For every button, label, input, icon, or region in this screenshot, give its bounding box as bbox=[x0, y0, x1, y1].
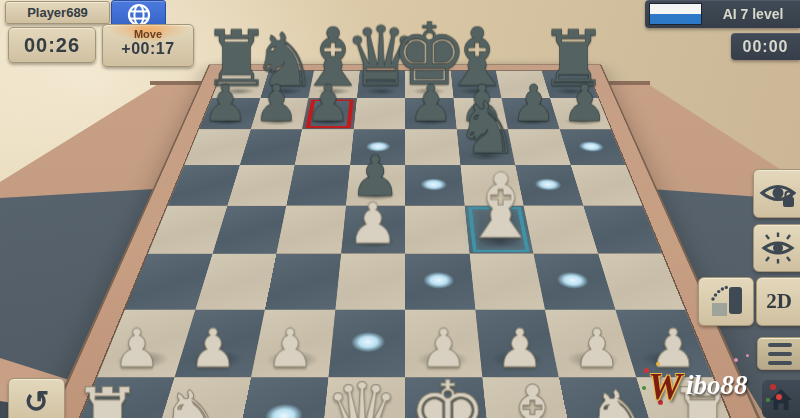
sparkle-decoration bbox=[766, 398, 770, 402]
game-scene: ♜♞♝♛♚♝♜♟♟♟♟♟♟♟♞♟♟♝♟♟♟♟♟♟♟♜♞♛♚♝♞♜ Player6… bbox=[0, 0, 800, 418]
flag-top-stripe bbox=[650, 4, 701, 14]
square-b1[interactable]: ♞ bbox=[149, 377, 251, 418]
square-f3[interactable] bbox=[469, 253, 545, 309]
legal-move-dot[interactable] bbox=[351, 332, 386, 352]
square-d3[interactable] bbox=[335, 253, 405, 309]
piece-black-pawn[interactable]: ♟ bbox=[305, 78, 350, 128]
legal-move-dot[interactable] bbox=[420, 179, 447, 191]
piece-white-bishop[interactable]: ♝ bbox=[496, 374, 570, 418]
square-b6[interactable] bbox=[240, 129, 302, 165]
ai-clock-time: 00:00 bbox=[743, 38, 789, 56]
rotate-view-icon bbox=[705, 282, 747, 322]
square-c6[interactable] bbox=[295, 129, 354, 165]
square-c2[interactable]: ♟ bbox=[251, 310, 335, 377]
square-f4[interactable]: ♝ bbox=[464, 206, 533, 254]
square-e1[interactable]: ♚ bbox=[405, 377, 490, 418]
sparkle-decoration bbox=[642, 386, 646, 390]
eye-lock-icon bbox=[758, 174, 798, 214]
square-c5[interactable] bbox=[286, 165, 350, 206]
piece-white-pawn[interactable]: ♟ bbox=[113, 321, 161, 374]
ai-clock: 00:00 bbox=[731, 33, 800, 60]
legal-move-dot[interactable] bbox=[577, 141, 605, 151]
piece-white-pawn[interactable]: ♟ bbox=[266, 321, 314, 374]
piece-black-pawn[interactable]: ♟ bbox=[203, 78, 248, 128]
undo-button[interactable]: ↺ bbox=[8, 378, 65, 418]
sparkle-decoration bbox=[776, 394, 782, 400]
square-e3[interactable] bbox=[405, 253, 475, 309]
piece-white-pawn[interactable]: ♟ bbox=[348, 195, 399, 251]
ai-flag bbox=[649, 3, 702, 25]
rotate-view-button[interactable] bbox=[698, 277, 754, 326]
ai-name: AI 7 level bbox=[708, 0, 798, 28]
hamburger-icon bbox=[768, 343, 792, 347]
square-h6[interactable] bbox=[559, 129, 625, 165]
mode-2d-button[interactable]: 2D bbox=[756, 277, 800, 326]
square-h7[interactable]: ♟ bbox=[550, 98, 611, 129]
player-name: Player689 bbox=[27, 5, 88, 20]
ai-name-badge: AI 7 level bbox=[645, 0, 800, 28]
piece-white-queen[interactable]: ♛ bbox=[325, 372, 401, 418]
move-label: Move bbox=[134, 28, 162, 40]
eye-lashes-icon bbox=[758, 228, 798, 268]
square-d1[interactable]: ♛ bbox=[320, 377, 405, 418]
flag-bottom-stripe bbox=[650, 14, 701, 24]
white-clock-time: 00:26 bbox=[24, 34, 80, 57]
square-b5[interactable] bbox=[227, 165, 295, 206]
sparkle-decoration bbox=[770, 384, 776, 390]
square-c4[interactable] bbox=[277, 206, 346, 254]
undo-arrow-icon: ↺ bbox=[24, 384, 49, 418]
move-increment: +00:17 bbox=[121, 40, 174, 58]
white-clock: 00:26 bbox=[8, 27, 96, 63]
piece-black-pawn[interactable]: ♟ bbox=[408, 78, 453, 128]
square-d7[interactable] bbox=[354, 98, 405, 129]
watermark-logo-letter: W bbox=[648, 364, 682, 408]
watermark-text: ibo88 bbox=[686, 370, 748, 401]
sparkle-decoration bbox=[746, 354, 749, 357]
square-h5[interactable] bbox=[570, 165, 642, 206]
legal-move-dot[interactable] bbox=[555, 272, 590, 289]
eye-hints-button[interactable] bbox=[753, 224, 800, 272]
piece-white-pawn[interactable]: ♟ bbox=[189, 321, 237, 374]
legal-move-dot[interactable] bbox=[423, 272, 454, 289]
move-clock: Move +00:17 bbox=[102, 24, 194, 67]
piece-white-pawn[interactable]: ♟ bbox=[573, 321, 621, 374]
sparkle-decoration bbox=[734, 358, 738, 362]
eye-lock-button[interactable] bbox=[753, 169, 800, 218]
legal-move-dot[interactable] bbox=[263, 404, 304, 418]
watermark: W ibo88 bbox=[642, 362, 800, 418]
piece-white-bishop[interactable]: ♝ bbox=[461, 162, 542, 252]
square-d4[interactable]: ♟ bbox=[341, 206, 405, 254]
square-e5[interactable] bbox=[405, 165, 464, 206]
piece-black-pawn[interactable]: ♟ bbox=[562, 78, 607, 128]
square-b7[interactable]: ♟ bbox=[251, 98, 309, 129]
square-f1[interactable]: ♝ bbox=[482, 377, 576, 418]
square-e6[interactable] bbox=[405, 129, 460, 165]
piece-black-pawn[interactable]: ♟ bbox=[254, 78, 299, 128]
player-name-badge: Player689 bbox=[5, 1, 110, 24]
square-c7[interactable]: ♟ bbox=[302, 98, 357, 129]
mode-2d-label: 2D bbox=[766, 289, 792, 314]
piece-white-king[interactable]: ♚ bbox=[408, 369, 486, 418]
piece-white-rook[interactable]: ♜ bbox=[72, 378, 143, 418]
piece-black-knight[interactable]: ♞ bbox=[455, 92, 519, 164]
square-h4[interactable] bbox=[583, 206, 662, 254]
square-e7[interactable]: ♟ bbox=[405, 98, 456, 129]
piece-white-knight[interactable]: ♞ bbox=[158, 381, 226, 418]
square-c3[interactable] bbox=[265, 253, 341, 309]
